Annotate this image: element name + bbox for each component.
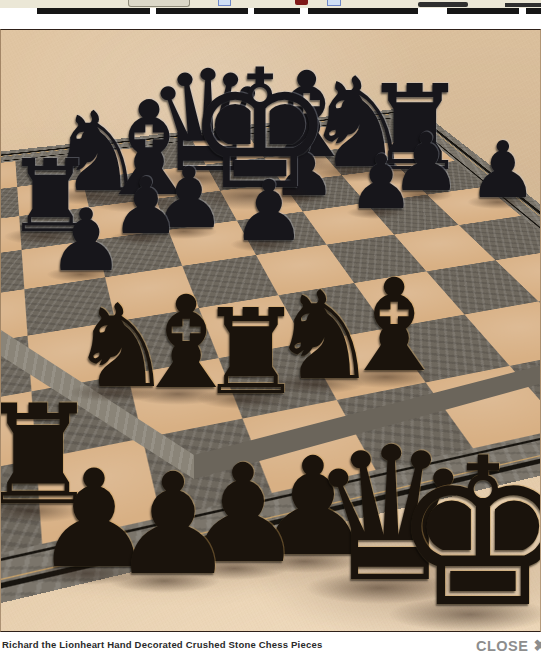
piece-silver-pawn: ♟ <box>347 148 414 217</box>
piece-gold-king: ♚ <box>391 439 541 628</box>
caption-bar: Richard the Lionheart Hand Decorated Cru… <box>0 632 541 659</box>
page-banner-partial <box>0 8 541 14</box>
toolbar-button-partial[interactable] <box>128 0 190 7</box>
piece-silver-pawn: ♟ <box>468 135 538 207</box>
browser-chrome-strip <box>0 0 541 8</box>
piece-silver-pawn: ♟ <box>47 201 124 280</box>
red-icon-partial[interactable] <box>295 0 308 5</box>
form-field-icon-partial[interactable] <box>218 0 231 6</box>
close-label: CLOSE <box>476 638 528 654</box>
popup-window: ♞♝♛♚♝♞♜♜♟♟♟♟♟♟♟♟♞♝♜♞♝♜♟♟♟♟♛♚ Richard the… <box>0 0 541 659</box>
product-photo: ♞♝♛♚♝♞♜♜♟♟♟♟♟♟♟♟♞♝♜♞♝♜♟♟♟♟♛♚ <box>0 29 541 632</box>
form-field-icon-partial-2[interactable] <box>327 0 341 6</box>
close-x-icon: ✖ <box>533 636 541 655</box>
product-caption: Richard the Lionheart Hand Decorated Cru… <box>2 639 322 650</box>
piece-gold-rook: ♜ <box>198 298 304 407</box>
dark-ui-sliver-2 <box>505 3 541 7</box>
close-button[interactable]: CLOSE ✖ <box>476 636 541 655</box>
pieces-layer: ♞♝♛♚♝♞♜♜♟♟♟♟♟♟♟♟♞♝♜♞♝♜♟♟♟♟♛♚ <box>1 30 540 631</box>
dark-ui-sliver <box>418 2 468 7</box>
piece-silver-pawn: ♟ <box>231 173 306 250</box>
piece-gold-pawn: ♟ <box>110 461 236 590</box>
